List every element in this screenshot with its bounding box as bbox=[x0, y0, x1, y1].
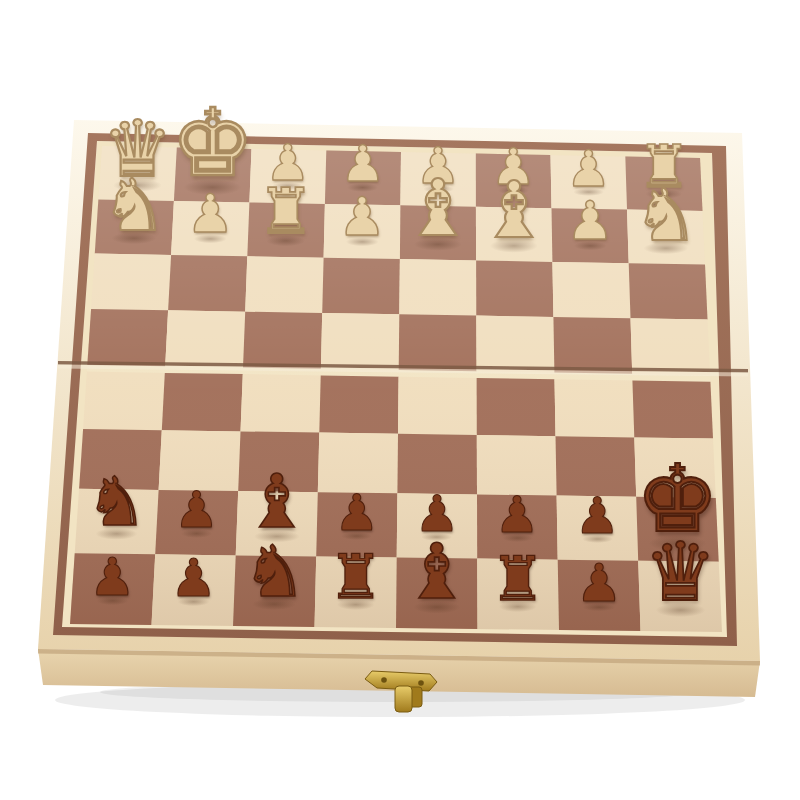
piece-glyph: ♟ bbox=[334, 488, 379, 538]
piece-dark-pawn-g1[interactable]: ♟ bbox=[576, 557, 623, 609]
piece-glyph: ♞ bbox=[102, 169, 167, 241]
square-c5[interactable] bbox=[243, 312, 322, 369]
piece-dark-knight-c1[interactable]: ♞ bbox=[243, 536, 307, 607]
piece-light-knight-h7[interactable]: ♞ bbox=[634, 179, 699, 251]
clasp-screw-right bbox=[418, 680, 424, 686]
piece-glyph: ♟ bbox=[170, 552, 217, 604]
piece-light-pawn-d7[interactable]: ♟ bbox=[338, 190, 386, 243]
piece-light-bishop-f7[interactable]: ♝ bbox=[479, 171, 549, 249]
square-b6[interactable] bbox=[168, 255, 247, 312]
piece-glyph: ♟ bbox=[341, 139, 386, 189]
piece-glyph: ♞ bbox=[86, 468, 147, 536]
square-h4[interactable] bbox=[632, 381, 713, 439]
piece-glyph: ♛ bbox=[644, 532, 717, 613]
piece-glyph: ♟ bbox=[174, 485, 219, 535]
piece-dark-pawn-f2[interactable]: ♟ bbox=[495, 490, 540, 540]
square-g4[interactable] bbox=[555, 379, 635, 437]
piece-glyph: ♜ bbox=[491, 548, 546, 609]
piece-light-king-b8[interactable]: ♚ bbox=[171, 98, 254, 191]
clasp-button bbox=[395, 686, 412, 712]
square-e6[interactable] bbox=[399, 259, 476, 316]
piece-glyph: ♜ bbox=[328, 546, 383, 607]
square-a6[interactable] bbox=[91, 254, 171, 311]
piece-glyph: ♞ bbox=[243, 536, 307, 607]
piece-glyph: ♞ bbox=[634, 179, 699, 251]
piece-glyph: ♝ bbox=[479, 171, 549, 249]
piece-dark-pawn-d2[interactable]: ♟ bbox=[334, 488, 379, 538]
piece-glyph: ♟ bbox=[566, 194, 614, 247]
square-d5[interactable] bbox=[321, 313, 399, 370]
piece-glyph: ♟ bbox=[575, 491, 620, 541]
square-f6[interactable] bbox=[476, 261, 553, 318]
piece-dark-rook-f1[interactable]: ♜ bbox=[491, 548, 546, 609]
squares bbox=[70, 146, 722, 632]
square-f4[interactable] bbox=[477, 378, 556, 436]
piece-glyph: ♝ bbox=[403, 169, 473, 247]
piece-glyph: ♚ bbox=[171, 98, 254, 191]
piece-dark-queen-h1[interactable]: ♛ bbox=[644, 532, 717, 613]
square-c4[interactable] bbox=[241, 374, 321, 433]
square-b5[interactable] bbox=[165, 310, 245, 367]
piece-light-rook-c7[interactable]: ♜ bbox=[258, 180, 314, 243]
piece-dark-rook-d1[interactable]: ♜ bbox=[328, 546, 383, 607]
square-f5[interactable] bbox=[476, 316, 554, 373]
piece-dark-pawn-b1[interactable]: ♟ bbox=[170, 552, 217, 604]
piece-glyph: ♝ bbox=[244, 465, 310, 539]
piece-dark-pawn-b2[interactable]: ♟ bbox=[174, 485, 219, 535]
piece-light-knight-a7[interactable]: ♞ bbox=[102, 169, 167, 241]
piece-light-pawn-g8[interactable]: ♟ bbox=[566, 144, 611, 194]
piece-dark-pawn-g2[interactable]: ♟ bbox=[575, 491, 620, 541]
square-d6[interactable] bbox=[322, 258, 400, 315]
square-g5[interactable] bbox=[553, 317, 632, 374]
square-h6[interactable] bbox=[629, 263, 708, 319]
piece-light-pawn-b7[interactable]: ♟ bbox=[186, 187, 234, 240]
chess-set-photo: ♛♚♟♟♟♟♟♜♞♟♜♟♝♝♟♞♞♟♝♟♟♟♟♚♟♟♞♜♝♜♟♛ bbox=[0, 0, 800, 800]
square-a5[interactable] bbox=[87, 309, 168, 366]
piece-glyph: ♟ bbox=[566, 144, 611, 194]
square-e5[interactable] bbox=[399, 314, 477, 371]
piece-glyph: ♟ bbox=[89, 551, 136, 603]
piece-glyph: ♝ bbox=[403, 533, 471, 609]
piece-glyph: ♟ bbox=[338, 190, 386, 243]
square-h5[interactable] bbox=[631, 318, 711, 375]
square-e4[interactable] bbox=[398, 377, 477, 435]
piece-dark-bishop-c2[interactable]: ♝ bbox=[244, 465, 310, 539]
piece-dark-pawn-a1[interactable]: ♟ bbox=[89, 551, 136, 603]
square-c6[interactable] bbox=[245, 256, 323, 313]
piece-dark-knight-a2[interactable]: ♞ bbox=[86, 468, 147, 536]
square-d4[interactable] bbox=[319, 375, 398, 433]
piece-glyph: ♟ bbox=[495, 490, 540, 540]
square-b4[interactable] bbox=[162, 373, 243, 432]
square-a4[interactable] bbox=[83, 372, 165, 431]
square-g6[interactable] bbox=[552, 262, 630, 318]
piece-light-bishop-e7[interactable]: ♝ bbox=[403, 169, 473, 247]
clasp-screw-left bbox=[381, 677, 387, 683]
piece-light-pawn-d8[interactable]: ♟ bbox=[341, 139, 386, 189]
piece-glyph: ♜ bbox=[258, 180, 314, 243]
piece-glyph: ♟ bbox=[186, 187, 234, 240]
piece-glyph: ♟ bbox=[576, 557, 623, 609]
piece-dark-bishop-e1[interactable]: ♝ bbox=[403, 533, 471, 609]
piece-light-pawn-g7[interactable]: ♟ bbox=[566, 194, 614, 247]
